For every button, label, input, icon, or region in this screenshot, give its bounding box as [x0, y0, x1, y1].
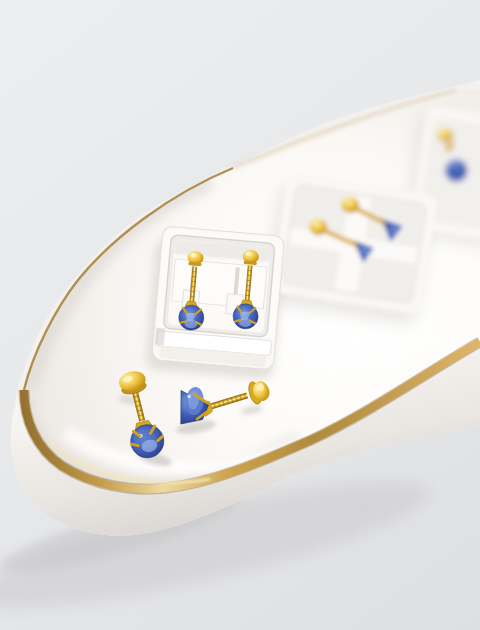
scene-svg [0, 0, 480, 630]
box-front-corner-shadow [155, 328, 165, 346]
jewelry-photo: Seven gold stud earrings with round blue… [0, 0, 480, 630]
earring-box-front [152, 226, 285, 370]
earring-box-middle [270, 173, 439, 315]
